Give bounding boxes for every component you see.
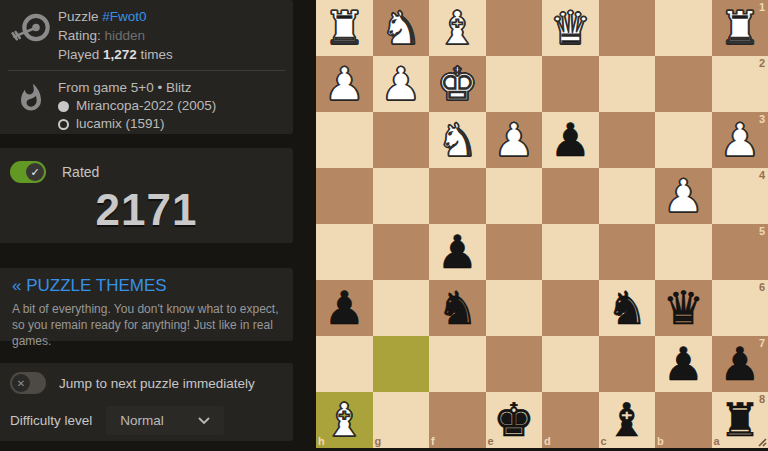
- jump-toggle[interactable]: ✕: [10, 372, 46, 394]
- rank-label-2: 2: [759, 58, 765, 69]
- white-pawn-h2[interactable]: ♟: [324, 61, 365, 107]
- square-f3[interactable]: ♞: [429, 112, 486, 168]
- square-e3[interactable]: ♟: [486, 112, 543, 168]
- file-label-e: e: [488, 436, 494, 447]
- square-e5[interactable]: [486, 224, 543, 280]
- square-a6[interactable]: 6: [712, 280, 768, 336]
- rank-label-1: 1: [759, 2, 765, 13]
- square-b3[interactable]: [655, 112, 712, 168]
- square-h8[interactable]: ♝h: [316, 392, 373, 448]
- white-player-icon: [58, 101, 69, 112]
- square-b4[interactable]: ♟: [655, 168, 712, 224]
- square-h4[interactable]: [316, 168, 373, 224]
- square-a2[interactable]: 2: [712, 56, 768, 112]
- square-d4[interactable]: [542, 168, 599, 224]
- black-knight-f6[interactable]: ♞: [437, 285, 478, 331]
- black-bishop-c8[interactable]: ♝: [606, 397, 647, 443]
- square-h3[interactable]: [316, 112, 373, 168]
- difficulty-select[interactable]: Normal: [106, 406, 224, 435]
- white-bishop-h8[interactable]: ♝: [324, 397, 365, 443]
- file-label-d: d: [544, 436, 551, 447]
- black-pawn-f5[interactable]: ♟: [437, 229, 478, 275]
- square-b5[interactable]: [655, 224, 712, 280]
- square-c6[interactable]: ♞: [599, 280, 656, 336]
- square-c1[interactable]: [599, 0, 656, 56]
- rank-label-3: 3: [759, 114, 765, 125]
- square-c5[interactable]: [599, 224, 656, 280]
- square-f7[interactable]: [429, 336, 486, 392]
- square-b8[interactable]: b: [655, 392, 712, 448]
- square-h6[interactable]: ♟: [316, 280, 373, 336]
- file-label-a: a: [714, 436, 720, 447]
- square-d8[interactable]: d: [542, 392, 599, 448]
- white-knight-g1[interactable]: ♞: [380, 5, 421, 51]
- white-pawn-b4[interactable]: ♟: [663, 173, 704, 219]
- white-queen-d1[interactable]: ♛: [550, 5, 591, 51]
- square-f2[interactable]: ♚: [429, 56, 486, 112]
- chess-board: ♜♞♝♛♜1♟♟♚2♞♟♟♟3♟4♟5♟♞♞♛6♟♟7♝hgf♚ed♝cb♜8a: [316, 0, 768, 448]
- square-b2[interactable]: [655, 56, 712, 112]
- square-f1[interactable]: ♝: [429, 0, 486, 56]
- chevron-down-icon: [198, 417, 210, 425]
- square-g4[interactable]: [373, 168, 430, 224]
- x-icon: ✕: [12, 374, 30, 392]
- black-pawn-d3[interactable]: ♟: [550, 117, 591, 163]
- square-c3[interactable]: [599, 112, 656, 168]
- black-queen-b6[interactable]: ♛: [663, 285, 704, 331]
- square-g3[interactable]: [373, 112, 430, 168]
- square-h1[interactable]: ♜: [316, 0, 373, 56]
- square-h7[interactable]: [316, 336, 373, 392]
- square-c4[interactable]: [599, 168, 656, 224]
- square-e2[interactable]: [486, 56, 543, 112]
- rated-label: Rated: [62, 164, 99, 180]
- square-f6[interactable]: ♞: [429, 280, 486, 336]
- rank-label-6: 6: [759, 282, 765, 293]
- square-c8[interactable]: ♝c: [599, 392, 656, 448]
- white-player-name[interactable]: Mirancopa-2022 (2005): [76, 97, 216, 115]
- square-e1[interactable]: [486, 0, 543, 56]
- white-rook-h1[interactable]: ♜: [324, 5, 365, 51]
- square-d5[interactable]: [542, 224, 599, 280]
- square-b6[interactable]: ♛: [655, 280, 712, 336]
- difficulty-label: Difficulty level: [10, 413, 92, 428]
- difficulty-value: Normal: [120, 413, 164, 428]
- file-label-h: h: [318, 436, 325, 447]
- square-d2[interactable]: [542, 56, 599, 112]
- square-c2[interactable]: [599, 56, 656, 112]
- square-d6[interactable]: [542, 280, 599, 336]
- board-resize-handle[interactable]: [755, 435, 767, 447]
- black-player-name[interactable]: lucamix (1591): [76, 115, 165, 133]
- rank-label-5: 5: [759, 226, 765, 237]
- file-label-g: g: [375, 436, 382, 447]
- target-icon: [4, 7, 58, 49]
- square-a1[interactable]: ♜1: [712, 0, 768, 56]
- black-pawn-a7[interactable]: ♟: [719, 341, 760, 387]
- square-e7[interactable]: [486, 336, 543, 392]
- square-d1[interactable]: ♛: [542, 0, 599, 56]
- square-g2[interactable]: ♟: [373, 56, 430, 112]
- square-e4[interactable]: [486, 168, 543, 224]
- square-e8[interactable]: ♚e: [486, 392, 543, 448]
- square-d3[interactable]: ♟: [542, 112, 599, 168]
- rated-toggle[interactable]: ✓: [10, 161, 46, 183]
- puzzle-themes-panel: « PUZZLE THEMES A bit of everything. You…: [0, 268, 293, 341]
- black-king-e8[interactable]: ♚: [493, 397, 534, 443]
- square-f8[interactable]: f: [429, 392, 486, 448]
- puzzle-title-label: Puzzle: [58, 9, 102, 24]
- puzzle-themes-link[interactable]: « PUZZLE THEMES: [12, 276, 167, 296]
- black-player-icon: [58, 119, 69, 130]
- rank-label-8: 8: [759, 394, 765, 405]
- square-b7[interactable]: ♟: [655, 336, 712, 392]
- check-icon: ✓: [26, 163, 44, 181]
- puzzle-id-link[interactable]: #Fwot0: [102, 9, 146, 24]
- white-knight-f3[interactable]: ♞: [437, 117, 478, 163]
- white-player-row[interactable]: Mirancopa-2022 (2005): [58, 97, 216, 115]
- square-g8[interactable]: g: [373, 392, 430, 448]
- square-h5[interactable]: [316, 224, 373, 280]
- jump-label: Jump to next puzzle immediately: [59, 376, 255, 391]
- square-g1[interactable]: ♞: [373, 0, 430, 56]
- square-h2[interactable]: ♟: [316, 56, 373, 112]
- flame-icon: [4, 78, 58, 114]
- puzzle-info-panel: Puzzle #Fwot0 Rating: hidden Played 1,27…: [0, 0, 293, 134]
- white-pawn-g2[interactable]: ♟: [380, 61, 421, 107]
- square-d7[interactable]: [542, 336, 599, 392]
- square-a3[interactable]: ♟3: [712, 112, 768, 168]
- square-f5[interactable]: ♟: [429, 224, 486, 280]
- square-a5[interactable]: 5: [712, 224, 768, 280]
- puzzle-meta-row: Puzzle #Fwot0 Rating: hidden Played 1,27…: [0, 0, 293, 70]
- square-g6[interactable]: [373, 280, 430, 336]
- file-label-b: b: [657, 436, 664, 447]
- file-label-f: f: [431, 436, 435, 447]
- black-pawn-b7[interactable]: ♟: [663, 341, 704, 387]
- played-suffix: times: [137, 47, 173, 62]
- white-king-f2[interactable]: ♚: [437, 61, 478, 107]
- black-knight-c6[interactable]: ♞: [606, 285, 647, 331]
- black-player-row[interactable]: lucamix (1591): [58, 115, 216, 133]
- square-g5[interactable]: [373, 224, 430, 280]
- white-rook-a1[interactable]: ♜: [719, 5, 760, 51]
- square-c7[interactable]: [599, 336, 656, 392]
- rating-value: hidden: [105, 28, 146, 43]
- rank-label-4: 4: [759, 170, 765, 181]
- rating-label: Rating:: [58, 28, 105, 43]
- settings-panel: ✕ Jump to next puzzle immediately Diffic…: [0, 363, 293, 441]
- square-a4[interactable]: 4: [712, 168, 768, 224]
- square-a7[interactable]: ♟7: [712, 336, 768, 392]
- white-pawn-a3[interactable]: ♟: [719, 117, 760, 163]
- square-e6[interactable]: [486, 280, 543, 336]
- rated-panel: ✓ Rated 2171: [0, 148, 293, 243]
- from-game-label: From game 5+0 • Blitz: [58, 78, 216, 97]
- black-pawn-h6[interactable]: ♟: [324, 285, 365, 331]
- white-bishop-f1[interactable]: ♝: [437, 5, 478, 51]
- played-count: 1,272: [103, 47, 137, 62]
- square-g7[interactable]: [373, 336, 430, 392]
- white-pawn-e3[interactable]: ♟: [493, 117, 534, 163]
- rank-label-7: 7: [759, 338, 765, 349]
- source-game-row: From game 5+0 • Blitz Mirancopa-2022 (20…: [0, 71, 293, 139]
- theme-description: A bit of everything. You don't know what…: [12, 301, 281, 350]
- played-label: Played: [58, 47, 103, 62]
- user-puzzle-rating: 2171: [0, 185, 293, 235]
- square-b1[interactable]: [655, 0, 712, 56]
- file-label-c: c: [601, 436, 607, 447]
- square-f4[interactable]: [429, 168, 486, 224]
